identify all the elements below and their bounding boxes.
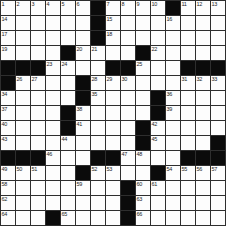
- clue-number-37: 37: [2, 106, 8, 112]
- clue-number-49: 49: [2, 166, 8, 172]
- grid-cell-r3c5[interactable]: [61, 31, 75, 45]
- grid-cell-r2c14[interactable]: [196, 16, 210, 30]
- grid-cell-r3c6[interactable]: [76, 31, 90, 45]
- grid-cell-r2c11[interactable]: [151, 16, 165, 30]
- block-cell-r15c4: [46, 211, 60, 225]
- grid-cell-r4c3[interactable]: [31, 46, 45, 60]
- grid-cell-r8c10[interactable]: [136, 106, 150, 120]
- grid-cell-r10c1[interactable]: 43: [1, 136, 15, 150]
- grid-cell-r7c1[interactable]: 34: [1, 91, 15, 105]
- grid-cell-r1c9[interactable]: 8: [121, 1, 135, 15]
- grid-cell-r13c11[interactable]: 61: [151, 181, 165, 195]
- clue-number-24: 24: [62, 61, 68, 67]
- grid-cell-r8c4[interactable]: [46, 106, 60, 120]
- clue-number-12: 12: [197, 1, 203, 7]
- grid-cell-r4c4[interactable]: [46, 46, 60, 60]
- grid-cell-r9c1[interactable]: 40: [1, 121, 15, 135]
- clue-number-15: 15: [107, 16, 113, 22]
- grid-cell-r15c6[interactable]: [76, 211, 90, 225]
- block-cell-r11c13: [181, 151, 195, 165]
- grid-cell-r5c7[interactable]: [91, 61, 105, 75]
- clue-number-19: 19: [2, 46, 8, 52]
- block-cell-r5c1: [1, 61, 15, 75]
- grid-cell-r12c2[interactable]: 50: [16, 166, 30, 180]
- clue-number-3: 3: [32, 1, 35, 7]
- grid-cell-r15c5[interactable]: 65: [61, 211, 75, 225]
- grid-cell-r4c13[interactable]: [181, 46, 195, 60]
- grid-cell-r2c10[interactable]: [136, 16, 150, 30]
- block-cell-r12c6: [76, 166, 90, 180]
- block-cell-r4c5: [61, 46, 75, 60]
- grid-cell-r4c14[interactable]: [196, 46, 210, 60]
- grid-cell-r2c15[interactable]: [211, 16, 225, 30]
- grid-cell-r2c13[interactable]: [181, 16, 195, 30]
- clue-number-38: 38: [77, 106, 83, 112]
- grid-cell-r6c10[interactable]: [136, 76, 150, 90]
- block-cell-r2c7: [91, 16, 105, 30]
- grid-cell-r2c9[interactable]: [121, 16, 135, 30]
- clue-number-66: 66: [137, 211, 143, 217]
- grid-cell-r2c3[interactable]: [31, 16, 45, 30]
- clue-number-44: 44: [62, 136, 68, 142]
- clue-number-42: 42: [152, 121, 158, 127]
- grid-cell-r4c7[interactable]: 21: [91, 46, 105, 60]
- grid-cell-r1c6[interactable]: 6: [76, 1, 90, 15]
- grid-cell-r14c2[interactable]: [16, 196, 30, 210]
- grid-cell-r10c9[interactable]: [121, 136, 135, 150]
- grid-cell-r1c4[interactable]: 4: [46, 1, 60, 15]
- clue-number-64: 64: [2, 211, 8, 217]
- grid-cell-r4c12[interactable]: [166, 46, 180, 60]
- grid-cell-r4c1[interactable]: 19: [1, 46, 15, 60]
- grid-cell-r8c7[interactable]: [91, 106, 105, 120]
- grid-cell-r1c5[interactable]: 5: [61, 1, 75, 15]
- grid-cell-r13c10[interactable]: 60: [136, 181, 150, 195]
- grid-cell-r10c6[interactable]: [76, 136, 90, 150]
- grid-cell-r11c9[interactable]: 47: [121, 151, 135, 165]
- block-cell-r13c9: [121, 181, 135, 195]
- grid-cell-r14c6[interactable]: [76, 196, 90, 210]
- grid-cell-r7c9[interactable]: [121, 91, 135, 105]
- block-cell-r11c14: [196, 151, 210, 165]
- grid-cell-r7c12[interactable]: 36: [166, 91, 180, 105]
- clue-number-65: 65: [62, 211, 68, 217]
- block-cell-r6c1: [1, 76, 15, 90]
- clue-number-47: 47: [122, 151, 128, 157]
- grid-cell-r11c5[interactable]: [61, 151, 75, 165]
- block-cell-r6c6: [76, 76, 90, 90]
- grid-cell-r13c13[interactable]: [181, 181, 195, 195]
- clue-number-29: 29: [107, 76, 113, 82]
- grid-cell-r14c15[interactable]: [211, 196, 225, 210]
- grid-cell-r6c11[interactable]: [151, 76, 165, 90]
- block-cell-r11c2: [16, 151, 30, 165]
- grid-cell-r10c5[interactable]: 44: [61, 136, 75, 150]
- grid-cell-r1c8[interactable]: 7: [106, 1, 120, 15]
- grid-cell-r1c14[interactable]: 12: [196, 1, 210, 15]
- block-cell-r8c5: [61, 106, 75, 120]
- clue-number-51: 51: [32, 166, 38, 172]
- clue-number-14: 14: [2, 16, 8, 22]
- grid-cell-r10c8[interactable]: [106, 136, 120, 150]
- grid-cell-r14c10[interactable]: 63: [136, 196, 150, 210]
- clue-number-13: 13: [212, 1, 218, 7]
- clue-number-59: 59: [77, 181, 83, 187]
- grid-cell-r8c15[interactable]: [211, 106, 225, 120]
- grid-cell-r3c3[interactable]: [31, 31, 45, 45]
- grid-cell-r15c13[interactable]: [181, 211, 195, 225]
- grid-cell-r10c11[interactable]: 45: [151, 136, 165, 150]
- grid-cell-r6c9[interactable]: 30: [121, 76, 135, 90]
- grid-cell-r3c9[interactable]: [121, 31, 135, 45]
- clue-number-46: 46: [47, 151, 53, 157]
- grid-cell-r4c8[interactable]: [106, 46, 120, 60]
- grid-cell-r8c12[interactable]: 39: [166, 106, 180, 120]
- clue-number-54: 54: [167, 166, 173, 172]
- crossword-grid: 1234567891011121314151617181920212223242…: [0, 0, 226, 226]
- clue-number-16: 16: [167, 16, 173, 22]
- grid-cell-r1c11[interactable]: 10: [151, 1, 165, 15]
- grid-cell-r11c12[interactable]: [166, 151, 180, 165]
- block-cell-r11c15: [211, 151, 225, 165]
- block-cell-r11c3: [31, 151, 45, 165]
- grid-cell-r14c14[interactable]: [196, 196, 210, 210]
- grid-cell-r2c5[interactable]: [61, 16, 75, 30]
- grid-cell-r9c9[interactable]: [121, 121, 135, 135]
- grid-cell-r15c1[interactable]: 64: [1, 211, 15, 225]
- clue-number-53: 53: [107, 166, 113, 172]
- grid-cell-r10c3[interactable]: [31, 136, 45, 150]
- clue-number-41: 41: [77, 121, 83, 127]
- grid-cell-r8c1[interactable]: 37: [1, 106, 15, 120]
- clue-number-60: 60: [137, 181, 143, 187]
- grid-cell-r3c1[interactable]: 17: [1, 31, 15, 45]
- clue-number-43: 43: [2, 136, 8, 142]
- grid-cell-r1c2[interactable]: 2: [16, 1, 30, 15]
- grid-cell-r3c15[interactable]: [211, 31, 225, 45]
- block-cell-r15c9: [121, 211, 135, 225]
- grid-cell-r7c4[interactable]: [46, 91, 60, 105]
- grid-cell-r11c10[interactable]: 48: [136, 151, 150, 165]
- grid-cell-r7c7[interactable]: 35: [91, 91, 105, 105]
- clue-number-45: 45: [152, 136, 158, 142]
- grid-cell-r9c8[interactable]: [106, 121, 120, 135]
- clue-number-6: 6: [77, 1, 80, 7]
- grid-cell-r3c4[interactable]: [46, 31, 60, 45]
- grid-cell-r12c12[interactable]: 54: [166, 166, 180, 180]
- grid-cell-r5c4[interactable]: 23: [46, 61, 60, 75]
- clue-number-40: 40: [2, 121, 8, 127]
- grid-cell-r8c13[interactable]: [181, 106, 195, 120]
- grid-cell-r6c8[interactable]: 29: [106, 76, 120, 90]
- grid-cell-r6c5[interactable]: [61, 76, 75, 90]
- grid-cell-r9c4[interactable]: [46, 121, 60, 135]
- grid-cell-r5c12[interactable]: [166, 61, 180, 75]
- grid-cell-r14c8[interactable]: [106, 196, 120, 210]
- grid-cell-r13c1[interactable]: 58: [1, 181, 15, 195]
- grid-cell-r13c4[interactable]: [46, 181, 60, 195]
- grid-cell-r14c1[interactable]: 62: [1, 196, 15, 210]
- grid-cell-r6c12[interactable]: [166, 76, 180, 90]
- grid-cell-r8c2[interactable]: [16, 106, 30, 120]
- grid-cell-r6c3[interactable]: 27: [31, 76, 45, 90]
- grid-cell-r12c8[interactable]: 53: [106, 166, 120, 180]
- grid-cell-r5c11[interactable]: [151, 61, 165, 75]
- grid-cell-r10c13[interactable]: [181, 136, 195, 150]
- grid-cell-r9c15[interactable]: [211, 121, 225, 135]
- grid-cell-r9c13[interactable]: [181, 121, 195, 135]
- clue-number-28: 28: [92, 76, 98, 82]
- grid-cell-r13c3[interactable]: [31, 181, 45, 195]
- clue-number-34: 34: [2, 91, 8, 97]
- grid-cell-r10c14[interactable]: [196, 136, 210, 150]
- block-cell-r5c2: [16, 61, 30, 75]
- grid-cell-r10c4[interactable]: [46, 136, 60, 150]
- block-cell-r10c10: [136, 136, 150, 150]
- grid-cell-r12c15[interactable]: 57: [211, 166, 225, 180]
- clue-number-22: 22: [152, 46, 158, 52]
- grid-cell-r1c3[interactable]: 3: [31, 1, 45, 15]
- clue-number-50: 50: [17, 166, 23, 172]
- grid-cell-r15c14[interactable]: [196, 211, 210, 225]
- grid-cell-r15c11[interactable]: [151, 211, 165, 225]
- grid-cell-r7c13[interactable]: [181, 91, 195, 105]
- grid-cell-r12c14[interactable]: 56: [196, 166, 210, 180]
- grid-cell-r6c13[interactable]: 31: [181, 76, 195, 90]
- grid-cell-r3c13[interactable]: [181, 31, 195, 45]
- grid-cell-r9c12[interactable]: [166, 121, 180, 135]
- grid-cell-r6c4[interactable]: [46, 76, 60, 90]
- grid-cell-r3c11[interactable]: [151, 31, 165, 45]
- grid-cell-r4c15[interactable]: [211, 46, 225, 60]
- grid-cell-r3c8[interactable]: 18: [106, 31, 120, 45]
- grid-cell-r9c6[interactable]: 41: [76, 121, 90, 135]
- clue-number-21: 21: [92, 46, 98, 52]
- grid-cell-r2c6[interactable]: [76, 16, 90, 30]
- grid-cell-r7c15[interactable]: [211, 91, 225, 105]
- grid-cell-r8c3[interactable]: [31, 106, 45, 120]
- clue-number-18: 18: [107, 31, 113, 37]
- block-cell-r7c11: [151, 91, 165, 105]
- grid-cell-r12c13[interactable]: 55: [181, 166, 195, 180]
- grid-cell-r3c10[interactable]: [136, 31, 150, 45]
- block-cell-r5c13: [181, 61, 195, 75]
- clue-number-55: 55: [182, 166, 188, 172]
- grid-cell-r8c9[interactable]: [121, 106, 135, 120]
- grid-cell-r4c9[interactable]: [121, 46, 135, 60]
- clue-number-56: 56: [197, 166, 203, 172]
- grid-cell-r2c12[interactable]: 16: [166, 16, 180, 30]
- clue-number-8: 8: [122, 1, 125, 7]
- block-cell-r5c8: [106, 61, 120, 75]
- block-cell-r9c10: [136, 121, 150, 135]
- grid-cell-r7c14[interactable]: [196, 91, 210, 105]
- grid-cell-r14c11[interactable]: [151, 196, 165, 210]
- clue-number-32: 32: [197, 76, 203, 82]
- grid-cell-r2c2[interactable]: [16, 16, 30, 30]
- grid-cell-r7c3[interactable]: [31, 91, 45, 105]
- grid-cell-r13c12[interactable]: [166, 181, 180, 195]
- grid-cell-r2c1[interactable]: 14: [1, 16, 15, 30]
- grid-cell-r8c8[interactable]: [106, 106, 120, 120]
- grid-cell-r12c10[interactable]: [136, 166, 150, 180]
- clue-number-5: 5: [62, 1, 65, 7]
- grid-cell-r10c2[interactable]: [16, 136, 30, 150]
- block-cell-r14c9: [121, 196, 135, 210]
- clue-number-58: 58: [2, 181, 8, 187]
- grid-cell-r12c4[interactable]: [46, 166, 60, 180]
- grid-cell-r9c14[interactable]: [196, 121, 210, 135]
- grid-cell-r5c6[interactable]: [76, 61, 90, 75]
- grid-cell-r14c5[interactable]: [61, 196, 75, 210]
- grid-cell-r15c8[interactable]: [106, 211, 120, 225]
- grid-cell-r7c2[interactable]: [16, 91, 30, 105]
- grid-cell-r14c13[interactable]: [181, 196, 195, 210]
- grid-cell-r12c9[interactable]: [121, 166, 135, 180]
- block-cell-r5c14: [196, 61, 210, 75]
- grid-cell-r14c4[interactable]: [46, 196, 60, 210]
- grid-cell-r15c2[interactable]: [16, 211, 30, 225]
- grid-cell-r15c3[interactable]: [31, 211, 45, 225]
- grid-cell-r9c3[interactable]: [31, 121, 45, 135]
- clue-number-33: 33: [212, 76, 218, 82]
- clue-number-1: 1: [2, 1, 5, 7]
- grid-cell-r4c2[interactable]: [16, 46, 30, 60]
- grid-cell-r1c15[interactable]: 13: [211, 1, 225, 15]
- clue-number-25: 25: [137, 61, 143, 67]
- clue-number-17: 17: [2, 31, 8, 37]
- grid-cell-r3c14[interactable]: [196, 31, 210, 45]
- clue-number-2: 2: [17, 1, 20, 7]
- grid-cell-r5c10[interactable]: 25: [136, 61, 150, 75]
- block-cell-r11c1: [1, 151, 15, 165]
- clue-number-27: 27: [32, 76, 38, 82]
- grid-cell-r10c12[interactable]: [166, 136, 180, 150]
- grid-cell-r13c15[interactable]: [211, 181, 225, 195]
- block-cell-r9c5: [61, 121, 75, 135]
- block-cell-r4c10: [136, 46, 150, 60]
- grid-cell-r6c2[interactable]: 26: [16, 76, 30, 90]
- grid-cell-r6c7[interactable]: 28: [91, 76, 105, 90]
- grid-cell-r15c12[interactable]: [166, 211, 180, 225]
- grid-cell-r11c4[interactable]: 46: [46, 151, 60, 165]
- grid-cell-r12c3[interactable]: 51: [31, 166, 45, 180]
- grid-cell-r6c15[interactable]: 33: [211, 76, 225, 90]
- grid-cell-r15c7[interactable]: [91, 211, 105, 225]
- grid-cell-r4c11[interactable]: 22: [151, 46, 165, 60]
- grid-cell-r7c10[interactable]: [136, 91, 150, 105]
- grid-cell-r2c4[interactable]: [46, 16, 60, 30]
- grid-cell-r1c10[interactable]: 9: [136, 1, 150, 15]
- clue-number-7: 7: [107, 1, 110, 7]
- block-cell-r3c7: [91, 31, 105, 45]
- grid-cell-r6c14[interactable]: 32: [196, 76, 210, 90]
- grid-cell-r13c7[interactable]: [91, 181, 105, 195]
- clue-number-35: 35: [92, 91, 98, 97]
- clue-number-20: 20: [77, 46, 83, 52]
- grid-cell-r13c14[interactable]: [196, 181, 210, 195]
- grid-cell-r14c3[interactable]: [31, 196, 45, 210]
- clue-number-26: 26: [17, 76, 23, 82]
- clue-number-52: 52: [92, 166, 98, 172]
- grid-cell-r8c14[interactable]: [196, 106, 210, 120]
- clue-number-63: 63: [137, 196, 143, 202]
- grid-cell-r12c5[interactable]: [61, 166, 75, 180]
- block-cell-r5c9: [121, 61, 135, 75]
- block-cell-r11c7: [91, 151, 105, 165]
- grid-cell-r15c15[interactable]: [211, 211, 225, 225]
- block-cell-r10c15: [211, 136, 225, 150]
- block-cell-r12c11: [151, 166, 165, 180]
- block-cell-r5c3: [31, 61, 45, 75]
- grid-cell-r9c7[interactable]: [91, 121, 105, 135]
- clue-number-62: 62: [2, 196, 8, 202]
- clue-number-57: 57: [212, 166, 218, 172]
- grid-cell-r1c13[interactable]: 11: [181, 1, 195, 15]
- clue-number-9: 9: [137, 1, 140, 7]
- grid-cell-r12c7[interactable]: 52: [91, 166, 105, 180]
- grid-cell-r11c11[interactable]: [151, 151, 165, 165]
- grid-cell-r13c2[interactable]: [16, 181, 30, 195]
- clue-number-10: 10: [152, 1, 158, 7]
- grid-cell-r5c5[interactable]: 24: [61, 61, 75, 75]
- grid-cell-r2c8[interactable]: 15: [106, 16, 120, 30]
- grid-cell-r7c5[interactable]: [61, 91, 75, 105]
- grid-cell-r13c8[interactable]: [106, 181, 120, 195]
- clue-number-4: 4: [47, 1, 50, 7]
- grid-cell-r15c10[interactable]: 66: [136, 211, 150, 225]
- grid-cell-r9c2[interactable]: [16, 121, 30, 135]
- grid-cell-r14c7[interactable]: [91, 196, 105, 210]
- block-cell-r1c7: [91, 1, 105, 15]
- block-cell-r8c11: [151, 106, 165, 120]
- grid-cell-r3c2[interactable]: [16, 31, 30, 45]
- block-cell-r7c6: [76, 91, 90, 105]
- clue-number-11: 11: [182, 1, 187, 7]
- block-cell-r11c8: [106, 151, 120, 165]
- grid-cell-r12c1[interactable]: 49: [1, 166, 15, 180]
- clue-number-23: 23: [47, 61, 53, 67]
- grid-cell-r13c5[interactable]: [61, 181, 75, 195]
- block-cell-r5c15: [211, 61, 225, 75]
- grid-cell-r10c7[interactable]: [91, 136, 105, 150]
- grid-cell-r3c12[interactable]: [166, 31, 180, 45]
- grid-cell-r11c6[interactable]: [76, 151, 90, 165]
- clue-number-30: 30: [122, 76, 128, 82]
- clue-number-36: 36: [167, 91, 173, 97]
- grid-cell-r1c1[interactable]: 1: [1, 1, 15, 15]
- grid-cell-r14c12[interactable]: [166, 196, 180, 210]
- grid-cell-r8c6[interactable]: 38: [76, 106, 90, 120]
- clue-number-39: 39: [167, 106, 173, 112]
- clue-number-48: 48: [137, 151, 143, 157]
- grid-cell-r4c6[interactable]: 20: [76, 46, 90, 60]
- block-cell-r1c12: [166, 1, 180, 15]
- clue-number-61: 61: [152, 181, 158, 187]
- clue-number-31: 31: [182, 76, 188, 82]
- grid-cell-r13c6[interactable]: 59: [76, 181, 90, 195]
- grid-cell-r9c11[interactable]: 42: [151, 121, 165, 135]
- grid-cell-r7c8[interactable]: [106, 91, 120, 105]
